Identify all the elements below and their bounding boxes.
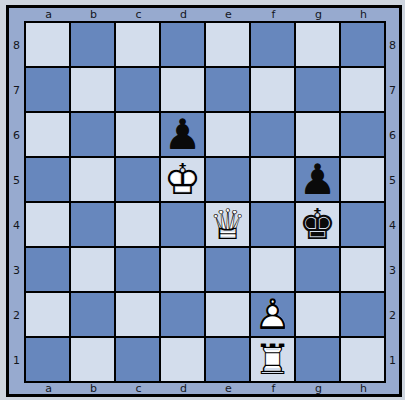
square-e6[interactable] [206, 113, 249, 156]
file-label-d: d [161, 9, 206, 20]
square-g5[interactable]: ♟ [296, 158, 339, 201]
piece-white-king[interactable]: ♔ [161, 158, 204, 201]
square-a4[interactable] [26, 203, 69, 246]
square-a6[interactable] [26, 113, 69, 156]
rank-label-5: 5 [386, 158, 399, 203]
file-label-a: a [26, 9, 71, 20]
square-c6[interactable] [116, 113, 159, 156]
square-e8[interactable] [206, 23, 249, 66]
square-c1[interactable] [116, 338, 159, 381]
square-a7[interactable] [26, 68, 69, 111]
square-e1[interactable] [206, 338, 249, 381]
square-h5[interactable] [341, 158, 384, 201]
piece-fill-white-pawn: ♟ [251, 293, 294, 336]
file-label-e: e [206, 9, 251, 20]
file-label-d: d [161, 383, 206, 394]
square-d5[interactable]: ♚♔ [161, 158, 204, 201]
square-d7[interactable] [161, 68, 204, 111]
piece-white-queen[interactable]: ♕ [206, 203, 249, 246]
square-g8[interactable] [296, 23, 339, 66]
square-c5[interactable] [116, 158, 159, 201]
square-c3[interactable] [116, 248, 159, 291]
square-g2[interactable] [296, 293, 339, 336]
file-label-g: g [296, 9, 341, 20]
square-e2[interactable] [206, 293, 249, 336]
square-c4[interactable] [116, 203, 159, 246]
square-f6[interactable] [251, 113, 294, 156]
square-a5[interactable] [26, 158, 69, 201]
rank-label-8: 8 [9, 23, 24, 68]
rank-label-7: 7 [386, 68, 399, 113]
file-labels-bottom: abcdefgh [9, 383, 399, 394]
square-f4[interactable] [251, 203, 294, 246]
chess-board: ♟♚♔♟♛♕♚♟♙♜♖ [24, 21, 386, 383]
rank-label-2: 2 [386, 293, 399, 338]
square-g1[interactable] [296, 338, 339, 381]
file-label-b: b [71, 383, 116, 394]
file-label-c: c [116, 9, 161, 20]
square-d8[interactable] [161, 23, 204, 66]
piece-black-pawn[interactable]: ♟ [161, 113, 204, 156]
square-d4[interactable] [161, 203, 204, 246]
square-h8[interactable] [341, 23, 384, 66]
square-a3[interactable] [26, 248, 69, 291]
file-label-f: f [251, 9, 296, 20]
piece-fill-white-rook: ♜ [251, 338, 294, 381]
rank-label-2: 2 [9, 293, 24, 338]
square-g7[interactable] [296, 68, 339, 111]
square-f5[interactable] [251, 158, 294, 201]
square-c7[interactable] [116, 68, 159, 111]
square-c8[interactable] [116, 23, 159, 66]
square-a2[interactable] [26, 293, 69, 336]
piece-fill-white-king: ♚ [161, 158, 204, 201]
rank-label-1: 1 [386, 338, 399, 383]
square-b5[interactable] [71, 158, 114, 201]
square-d3[interactable] [161, 248, 204, 291]
rank-labels-left: 87654321 [9, 21, 24, 383]
square-b7[interactable] [71, 68, 114, 111]
square-h2[interactable] [341, 293, 384, 336]
piece-black-pawn[interactable]: ♟ [296, 158, 339, 201]
square-h3[interactable] [341, 248, 384, 291]
square-e5[interactable] [206, 158, 249, 201]
rank-label-6: 6 [386, 113, 399, 158]
square-g6[interactable] [296, 113, 339, 156]
square-f2[interactable]: ♟♙ [251, 293, 294, 336]
file-label-g: g [296, 383, 341, 394]
piece-white-pawn[interactable]: ♙ [251, 293, 294, 336]
file-label-h: h [341, 383, 386, 394]
file-label-f: f [251, 383, 296, 394]
rank-label-4: 4 [386, 203, 399, 248]
square-c2[interactable] [116, 293, 159, 336]
square-h6[interactable] [341, 113, 384, 156]
rank-label-8: 8 [386, 23, 399, 68]
rank-labels-right: 87654321 [386, 21, 399, 383]
square-f7[interactable] [251, 68, 294, 111]
square-f1[interactable]: ♜♖ [251, 338, 294, 381]
rank-label-3: 3 [9, 248, 24, 293]
square-e7[interactable] [206, 68, 249, 111]
square-b4[interactable] [71, 203, 114, 246]
square-g3[interactable] [296, 248, 339, 291]
file-label-h: h [341, 9, 386, 20]
square-b2[interactable] [71, 293, 114, 336]
file-label-c: c [116, 383, 161, 394]
square-d6[interactable]: ♟ [161, 113, 204, 156]
piece-fill-white-queen: ♛ [206, 203, 249, 246]
file-label-e: e [206, 383, 251, 394]
square-h7[interactable] [341, 68, 384, 111]
board-frame: abcdefgh 87654321 ♟♚♔♟♛♕♚♟♙♜♖ 87654321 a… [6, 5, 402, 397]
square-d2[interactable] [161, 293, 204, 336]
square-b6[interactable] [71, 113, 114, 156]
rank-label-4: 4 [9, 203, 24, 248]
square-e3[interactable] [206, 248, 249, 291]
rank-label-5: 5 [9, 158, 24, 203]
file-label-b: b [71, 9, 116, 20]
rank-label-6: 6 [9, 113, 24, 158]
rank-label-1: 1 [9, 338, 24, 383]
square-h1[interactable] [341, 338, 384, 381]
square-g4[interactable]: ♚ [296, 203, 339, 246]
rank-label-3: 3 [386, 248, 399, 293]
square-f3[interactable] [251, 248, 294, 291]
square-a8[interactable] [26, 23, 69, 66]
square-b8[interactable] [71, 23, 114, 66]
square-a1[interactable] [26, 338, 69, 381]
square-f8[interactable] [251, 23, 294, 66]
rank-label-7: 7 [9, 68, 24, 113]
piece-black-king[interactable]: ♚ [296, 203, 339, 246]
piece-white-rook[interactable]: ♖ [251, 338, 294, 381]
square-e4[interactable]: ♛♕ [206, 203, 249, 246]
file-labels-top: abcdefgh [9, 8, 399, 21]
square-h4[interactable] [341, 203, 384, 246]
square-b1[interactable] [71, 338, 114, 381]
square-b3[interactable] [71, 248, 114, 291]
file-label-a: a [26, 383, 71, 394]
square-d1[interactable] [161, 338, 204, 381]
